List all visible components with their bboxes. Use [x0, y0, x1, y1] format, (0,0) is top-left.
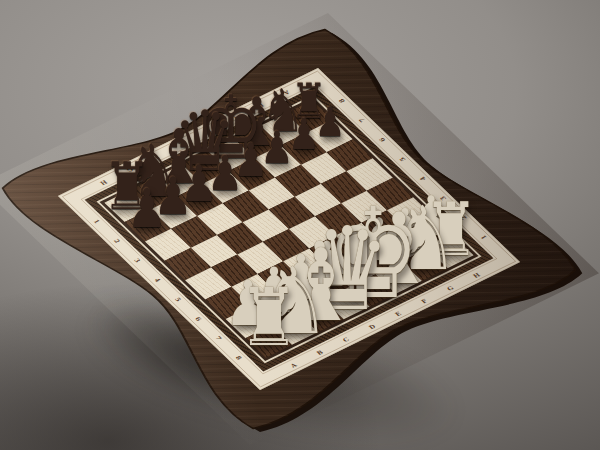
piece-black-pawn-a7[interactable]: ♟	[127, 182, 167, 236]
rank-label-left-1: 1	[92, 219, 101, 225]
rank-label-right-7: 7	[358, 117, 367, 123]
rank-label-right-5: 5	[398, 156, 407, 162]
rank-label-left-3: 3	[132, 258, 141, 264]
rank-label-left-4: 4	[153, 277, 162, 283]
rank-label-left-7: 7	[214, 335, 223, 341]
file-label-near-h: H	[472, 272, 482, 279]
rank-label-right-6: 6	[378, 137, 387, 143]
studio-backdrop: AH18BG27CF36DE45ED54FC63GB72HA81 ♜♞♝♛♚♝♞…	[0, 0, 600, 450]
piece-white-rook-a1[interactable]: ♜	[238, 278, 298, 358]
rank-label-left-2: 2	[112, 238, 121, 244]
rank-label-right-1: 1	[479, 234, 488, 240]
rank-label-left-5: 5	[173, 297, 182, 303]
rank-label-left-6: 6	[193, 316, 202, 322]
